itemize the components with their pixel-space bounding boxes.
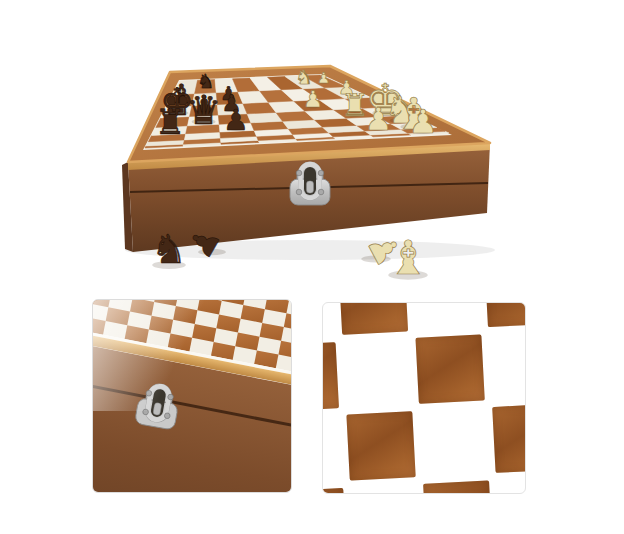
latch-screw (318, 189, 324, 195)
latch-screw (296, 170, 302, 176)
inset-board-closeup (322, 302, 526, 494)
inset-pattern-square (339, 302, 408, 335)
inset-pattern-square (496, 476, 526, 494)
inset-pattern-square (322, 415, 343, 484)
piece-dark-queen-b5: ♛ (186, 87, 222, 133)
inset-pattern-square (322, 342, 339, 411)
inset-pattern-grid (322, 302, 526, 494)
piece-white-pawn-f6: ♟ (303, 86, 323, 112)
inset-pattern-square (343, 338, 412, 407)
latch-tongue (307, 181, 314, 193)
piece-white-pawn-h2: ♟ (408, 102, 438, 141)
inset-pattern-square (419, 407, 488, 476)
inset-pattern-square (322, 488, 347, 494)
piece-white-pawn-g3: ♟ (364, 101, 392, 137)
inset-pattern-square (423, 480, 492, 494)
latch-screw (296, 189, 302, 195)
inset-pattern-square (412, 302, 481, 331)
piece-offboard-dark-knight-standing: ♞ (151, 226, 187, 272)
piece-dark-rook-a4: ♜ (155, 102, 186, 142)
inset-latch-closeup (92, 299, 292, 493)
product-photo-stage: ♟♞♞♟♟♝♟♟♟♚♚♜♞♛♝♟♟♟♜♞♟♟♝ (0, 0, 624, 534)
inset-pattern-square (346, 411, 415, 480)
inset-pattern-square (492, 404, 526, 473)
inset-pattern-square (350, 484, 419, 494)
inset-pattern-square (488, 331, 526, 400)
latch-screw (318, 170, 324, 176)
inset-pattern-square (322, 302, 335, 339)
inset-pattern-square (485, 302, 526, 327)
inset-pattern-square (415, 335, 484, 404)
piece-white-pawn-h8: ♟ (317, 69, 330, 86)
piece-dark-pawn-c4: ♟ (223, 103, 249, 137)
chess-box-photo: ♟♞♞♟♟♝♟♟♟♚♚♜♞♛♝♟♟♟♜♞♟♟♝ (0, 0, 624, 298)
inset-latch-icon (131, 376, 185, 433)
piece-offboard-light-bishop-standing: ♝ (387, 230, 429, 285)
